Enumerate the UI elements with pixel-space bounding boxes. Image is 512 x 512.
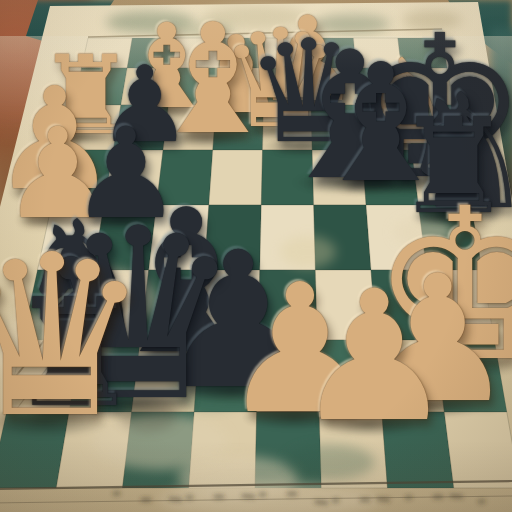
chess-piece-white-pawn[interactable]: ♟ <box>294 287 455 427</box>
pieces-layer: ♟♝♟♛♜♝♟♞♛♝♚♝♟♞♜♟♟♞♝♚♟♟♛♜♟♛♟ <box>0 0 512 512</box>
chessboard-photo: ♟♝♟♛♜♝♟♞♛♝♚♝♟♞♜♟♟♞♝♚♟♟♛♜♟♛♟ <box>0 0 512 512</box>
chess-piece-white-queen[interactable]: ♛ <box>0 251 151 425</box>
